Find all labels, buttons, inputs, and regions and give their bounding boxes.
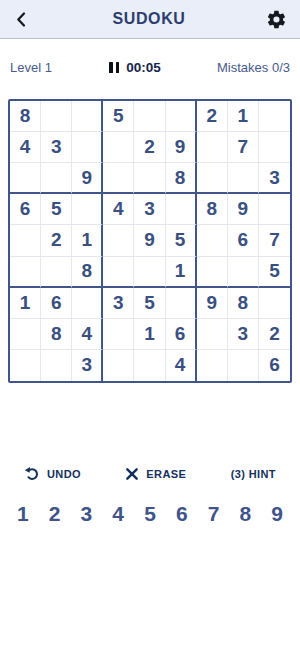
sudoku-cell-r3c7[interactable] xyxy=(197,163,228,194)
back-button[interactable] xyxy=(13,8,35,30)
undo-button[interactable]: UNDO xyxy=(24,466,81,482)
sudoku-cell-r4c3[interactable] xyxy=(72,194,103,225)
pause-icon[interactable] xyxy=(108,61,120,74)
sudoku-cell-r8c8[interactable]: 3 xyxy=(228,319,259,350)
sudoku-cell-r2c2[interactable]: 3 xyxy=(41,132,72,163)
sudoku-cell-r8c6[interactable]: 6 xyxy=(166,319,197,350)
mistakes-label: Mistakes 0/3 xyxy=(217,60,290,75)
undo-icon xyxy=(24,466,40,482)
sudoku-cell-r6c5[interactable] xyxy=(134,257,165,288)
sudoku-cell-r9c8[interactable] xyxy=(228,350,259,381)
sudoku-cell-r9c3[interactable]: 3 xyxy=(72,350,103,381)
sudoku-cell-r5c1[interactable] xyxy=(10,225,41,256)
sudoku-cell-r5c4[interactable] xyxy=(103,225,134,256)
sudoku-cell-r4c8[interactable]: 9 xyxy=(228,194,259,225)
sudoku-cell-r3c2[interactable] xyxy=(41,163,72,194)
sudoku-cell-r8c2[interactable]: 8 xyxy=(41,319,72,350)
sudoku-cell-r2c4[interactable] xyxy=(103,132,134,163)
sudoku-cell-r3c1[interactable] xyxy=(10,163,41,194)
controls-row: UNDO ERASE (3) HINT xyxy=(0,466,300,482)
sudoku-cell-r3c8[interactable] xyxy=(228,163,259,194)
app-bar: SUDOKU xyxy=(0,0,300,39)
numpad-key-5[interactable]: 5 xyxy=(141,501,159,526)
sudoku-cell-r4c2[interactable]: 5 xyxy=(41,194,72,225)
sudoku-cell-r4c6[interactable] xyxy=(166,194,197,225)
sudoku-cell-r1c4[interactable]: 5 xyxy=(103,101,134,132)
sudoku-cell-r2c6[interactable]: 9 xyxy=(166,132,197,163)
hint-label: (3) HINT xyxy=(231,468,276,480)
sudoku-cell-r9c7[interactable] xyxy=(197,350,228,381)
sudoku-cell-r8c9[interactable]: 2 xyxy=(259,319,290,350)
sudoku-cell-r8c4[interactable] xyxy=(103,319,134,350)
sudoku-cell-r2c3[interactable] xyxy=(72,132,103,163)
sudoku-cell-r8c7[interactable] xyxy=(197,319,228,350)
page-title: SUDOKU xyxy=(113,10,186,28)
numpad-key-8[interactable]: 8 xyxy=(236,501,254,526)
sudoku-cell-r9c5[interactable] xyxy=(134,350,165,381)
timer-value: 00:05 xyxy=(126,60,161,75)
sudoku-cell-r1c2[interactable] xyxy=(41,101,72,132)
sudoku-cell-r9c2[interactable] xyxy=(41,350,72,381)
sudoku-cell-r7c3[interactable] xyxy=(72,288,103,319)
sudoku-cell-r1c3[interactable] xyxy=(72,101,103,132)
numpad-key-6[interactable]: 6 xyxy=(173,501,191,526)
sudoku-cell-r5c9[interactable]: 7 xyxy=(259,225,290,256)
undo-label: UNDO xyxy=(47,468,81,480)
erase-x-icon xyxy=(125,467,139,481)
sudoku-cell-r6c8[interactable] xyxy=(228,257,259,288)
sudoku-cell-r7c4[interactable]: 3 xyxy=(103,288,134,319)
settings-button[interactable] xyxy=(263,7,287,31)
sudoku-cell-r5c3[interactable]: 1 xyxy=(72,225,103,256)
sudoku-cell-r2c1[interactable]: 4 xyxy=(10,132,41,163)
sudoku-cell-r8c5[interactable]: 1 xyxy=(134,319,165,350)
sudoku-cell-r2c7[interactable] xyxy=(197,132,228,163)
erase-label: ERASE xyxy=(146,468,186,480)
sudoku-cell-r6c6[interactable]: 1 xyxy=(166,257,197,288)
sudoku-cell-r5c6[interactable]: 5 xyxy=(166,225,197,256)
sudoku-cell-r7c1[interactable]: 1 xyxy=(10,288,41,319)
sudoku-cell-r1c5[interactable] xyxy=(134,101,165,132)
numpad-key-9[interactable]: 9 xyxy=(268,501,286,526)
timer: 00:05 xyxy=(108,60,161,75)
chevron-left-icon xyxy=(13,11,30,28)
numpad-key-2[interactable]: 2 xyxy=(46,501,64,526)
sudoku-cell-r7c8[interactable]: 8 xyxy=(228,288,259,319)
sudoku-cell-r6c3[interactable]: 8 xyxy=(72,257,103,288)
numpad-key-3[interactable]: 3 xyxy=(78,501,96,526)
level-label: Level 1 xyxy=(10,60,52,75)
status-row: Level 1 00:05 Mistakes 0/3 xyxy=(0,60,300,75)
numpad-key-7[interactable]: 7 xyxy=(205,501,223,526)
sudoku-cell-r5c5[interactable]: 9 xyxy=(134,225,165,256)
sudoku-cell-r3c4[interactable] xyxy=(103,163,134,194)
sudoku-cell-r4c7[interactable]: 8 xyxy=(197,194,228,225)
sudoku-cell-r2c9[interactable] xyxy=(259,132,290,163)
sudoku-cell-r9c4[interactable] xyxy=(103,350,134,381)
sudoku-cell-r6c2[interactable] xyxy=(41,257,72,288)
sudoku-cell-r4c1[interactable]: 6 xyxy=(10,194,41,225)
sudoku-cell-r1c7[interactable]: 2 xyxy=(197,101,228,132)
sudoku-cell-r7c2[interactable]: 6 xyxy=(41,288,72,319)
sudoku-board: 8521432979836543892195678151635988416323… xyxy=(8,99,292,383)
sudoku-cell-r6c7[interactable] xyxy=(197,257,228,288)
sudoku-cell-r3c3[interactable]: 9 xyxy=(72,163,103,194)
sudoku-cell-r2c8[interactable]: 7 xyxy=(228,132,259,163)
hint-button[interactable]: (3) HINT xyxy=(231,468,276,480)
sudoku-cell-r9c6[interactable]: 4 xyxy=(166,350,197,381)
sudoku-cell-r4c9[interactable] xyxy=(259,194,290,225)
sudoku-cell-r6c1[interactable] xyxy=(10,257,41,288)
erase-button[interactable]: ERASE xyxy=(125,467,186,481)
sudoku-cell-r9c1[interactable] xyxy=(10,350,41,381)
sudoku-cell-r8c3[interactable]: 4 xyxy=(72,319,103,350)
sudoku-cell-r1c1[interactable]: 8 xyxy=(10,101,41,132)
sudoku-cell-r3c5[interactable] xyxy=(134,163,165,194)
sudoku-cell-r5c7[interactable] xyxy=(197,225,228,256)
sudoku-cell-r6c9[interactable]: 5 xyxy=(259,257,290,288)
numpad-key-4[interactable]: 4 xyxy=(109,501,127,526)
numpad-key-1[interactable]: 1 xyxy=(14,501,32,526)
number-pad: 123456789 xyxy=(0,501,300,526)
sudoku-cell-r7c6[interactable] xyxy=(166,288,197,319)
sudoku-cell-r3c9[interactable]: 3 xyxy=(259,163,290,194)
sudoku-cell-r5c8[interactable]: 6 xyxy=(228,225,259,256)
gear-icon xyxy=(266,9,287,30)
sudoku-cell-r8c1[interactable] xyxy=(10,319,41,350)
sudoku-cell-r7c5[interactable]: 5 xyxy=(134,288,165,319)
sudoku-cell-r1c8[interactable]: 1 xyxy=(228,101,259,132)
sudoku-cell-r1c9[interactable] xyxy=(259,101,290,132)
sudoku-cell-r7c9[interactable] xyxy=(259,288,290,319)
sudoku-cell-r2c5[interactable]: 2 xyxy=(134,132,165,163)
sudoku-cell-r4c5[interactable]: 3 xyxy=(134,194,165,225)
sudoku-cell-r5c2[interactable]: 2 xyxy=(41,225,72,256)
sudoku-cell-r4c4[interactable]: 4 xyxy=(103,194,134,225)
sudoku-cell-r3c6[interactable]: 8 xyxy=(166,163,197,194)
sudoku-cell-r9c9[interactable]: 6 xyxy=(259,350,290,381)
sudoku-cell-r6c4[interactable] xyxy=(103,257,134,288)
sudoku-cell-r7c7[interactable]: 9 xyxy=(197,288,228,319)
sudoku-cell-r1c6[interactable] xyxy=(166,101,197,132)
